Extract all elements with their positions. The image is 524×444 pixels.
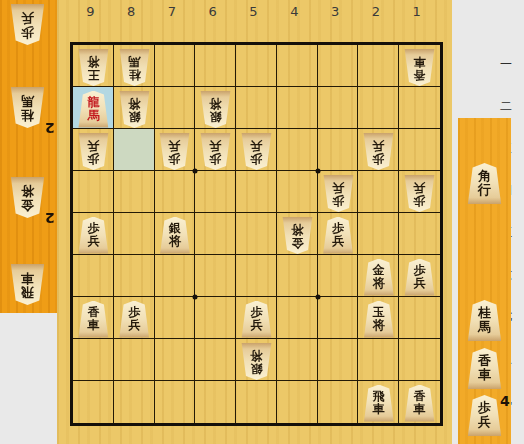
square-1-3[interactable] — [399, 129, 440, 171]
square-3-6[interactable] — [318, 255, 359, 297]
piece-gote-hand-rook[interactable]: 飛車 — [9, 264, 46, 305]
piece-kanji: 銀 — [169, 222, 181, 235]
square-8-5[interactable] — [114, 213, 155, 255]
square-8-3[interactable] — [114, 129, 155, 171]
piece-kanji: 将 — [291, 223, 303, 236]
square-6-1[interactable] — [195, 45, 236, 87]
file-label-7: 7 — [152, 4, 192, 19]
piece-kanji: 兵 — [87, 139, 99, 152]
file-label-1: 1 — [397, 4, 437, 19]
piece-kanji: 香 — [414, 68, 426, 81]
square-7-9[interactable] — [155, 381, 196, 423]
square-4-2[interactable] — [277, 87, 318, 129]
file-label-2: 2 — [356, 4, 396, 19]
piece-kanji: 兵 — [414, 181, 426, 194]
square-6-8[interactable] — [195, 339, 236, 381]
piece-kanji: 歩 — [128, 306, 140, 319]
piece-kanji: 兵 — [414, 277, 426, 290]
square-6-9[interactable] — [195, 381, 236, 423]
square-9-4[interactable] — [73, 171, 114, 213]
square-4-6[interactable] — [277, 255, 318, 297]
square-5-2[interactable] — [236, 87, 277, 129]
square-7-4[interactable] — [155, 171, 196, 213]
piece-kanji: 歩 — [478, 401, 491, 415]
gote-hand-tray: 歩兵桂馬2金将2飛車 — [0, 0, 57, 313]
piece-kanji: 兵 — [251, 319, 263, 332]
piece-kanji: 歩 — [251, 306, 263, 319]
hand-count-gote-gold: 2 — [45, 210, 55, 226]
piece-kanji: 兵 — [128, 319, 140, 332]
piece-kanji: 歩 — [21, 25, 34, 39]
piece-kanji: 兵 — [169, 139, 181, 152]
piece-kanji: 金 — [291, 236, 303, 249]
square-6-6[interactable] — [195, 255, 236, 297]
square-4-9[interactable] — [277, 381, 318, 423]
piece-kanji: 馬 — [21, 94, 34, 108]
piece-kanji: 将 — [251, 349, 263, 362]
square-7-7[interactable] — [155, 297, 196, 339]
square-7-2[interactable] — [155, 87, 196, 129]
piece-kanji: 車 — [21, 271, 34, 285]
piece-sente-hand-knight[interactable]: 桂馬 — [466, 300, 503, 341]
piece-kanji: 歩 — [169, 152, 181, 165]
square-2-8[interactable] — [358, 339, 399, 381]
square-5-9[interactable] — [236, 381, 277, 423]
piece-kanji: 歩 — [332, 194, 344, 207]
piece-kanji: 兵 — [210, 139, 222, 152]
rank-label-2: 二 — [498, 98, 514, 115]
piece-kanji: 香 — [87, 306, 99, 319]
square-4-3[interactable] — [277, 129, 318, 171]
star-point — [315, 169, 320, 174]
shogi-app: 歩兵桂馬2金将2飛車 987654321 一二三四五六七八九 王将桂馬香車龍馬銀… — [0, 0, 524, 444]
square-4-4[interactable] — [277, 171, 318, 213]
square-5-5[interactable] — [236, 213, 277, 255]
square-6-5[interactable] — [195, 213, 236, 255]
square-7-1[interactable] — [155, 45, 196, 87]
square-3-1[interactable] — [318, 45, 359, 87]
piece-sente-hand-lance[interactable]: 香車 — [466, 348, 503, 389]
square-9-9[interactable] — [73, 381, 114, 423]
square-2-2[interactable] — [358, 87, 399, 129]
square-4-7[interactable] — [277, 297, 318, 339]
piece-kanji: 車 — [414, 403, 426, 416]
piece-kanji: 将 — [21, 184, 34, 198]
piece-kanji: 玉 — [373, 306, 385, 319]
square-8-6[interactable] — [114, 255, 155, 297]
square-8-8[interactable] — [114, 339, 155, 381]
square-9-6[interactable] — [73, 255, 114, 297]
file-label-6: 6 — [193, 4, 233, 19]
piece-kanji: 兵 — [373, 139, 385, 152]
piece-kanji: 歩 — [373, 152, 385, 165]
star-point — [193, 169, 198, 174]
piece-kanji: 馬 — [478, 320, 491, 334]
square-3-3[interactable] — [318, 129, 359, 171]
file-label-9: 9 — [70, 4, 110, 19]
piece-kanji: 馬 — [87, 109, 99, 122]
piece-kanji: 車 — [373, 403, 385, 416]
piece-kanji: 銀 — [251, 362, 263, 375]
square-8-4[interactable] — [114, 171, 155, 213]
square-7-6[interactable] — [155, 255, 196, 297]
piece-kanji: 馬 — [128, 55, 140, 68]
square-4-1[interactable] — [277, 45, 318, 87]
piece-kanji: 金 — [373, 264, 385, 277]
piece-kanji: 兵 — [478, 415, 491, 429]
piece-kanji: 桂 — [128, 68, 140, 81]
piece-kanji: 兵 — [251, 139, 263, 152]
piece-kanji: 飛 — [373, 390, 385, 403]
square-1-8[interactable] — [399, 339, 440, 381]
square-8-9[interactable] — [114, 381, 155, 423]
hand-count-sente-pawn: 4 — [500, 393, 510, 409]
square-2-1[interactable] — [358, 45, 399, 87]
piece-kanji: 角 — [478, 169, 491, 183]
piece-kanji: 龍 — [87, 96, 99, 109]
piece-kanji: 王 — [87, 68, 99, 81]
square-1-7[interactable] — [399, 297, 440, 339]
piece-kanji: 将 — [373, 319, 385, 332]
piece-gote-hand-pawn[interactable]: 歩兵 — [9, 4, 46, 45]
piece-kanji: 歩 — [251, 152, 263, 165]
piece-kanji: 桂 — [21, 108, 34, 122]
star-point — [315, 295, 320, 300]
square-5-1[interactable] — [236, 45, 277, 87]
piece-kanji: 歩 — [414, 264, 426, 277]
piece-kanji: 車 — [87, 319, 99, 332]
piece-sente-hand-bishop[interactable]: 角行 — [466, 163, 503, 204]
file-label-3: 3 — [315, 4, 355, 19]
file-label-8: 8 — [111, 4, 151, 19]
square-4-8[interactable] — [277, 339, 318, 381]
piece-kanji: 銀 — [210, 110, 222, 123]
piece-kanji: 香 — [414, 390, 426, 403]
square-5-4[interactable] — [236, 171, 277, 213]
piece-kanji: 兵 — [332, 235, 344, 248]
piece-gote-hand-knight[interactable]: 桂馬 — [9, 87, 46, 128]
file-label-4: 4 — [274, 4, 314, 19]
piece-kanji: 桂 — [478, 306, 491, 320]
piece-kanji: 兵 — [87, 235, 99, 248]
square-3-2[interactable] — [318, 87, 359, 129]
piece-kanji: 兵 — [21, 11, 34, 25]
square-2-5[interactable] — [358, 213, 399, 255]
square-9-8[interactable] — [73, 339, 114, 381]
rank-label-1: 一 — [498, 56, 514, 73]
piece-kanji: 将 — [128, 97, 140, 110]
piece-kanji: 車 — [478, 368, 491, 382]
square-1-2[interactable] — [399, 87, 440, 129]
file-label-5: 5 — [234, 4, 274, 19]
square-5-6[interactable] — [236, 255, 277, 297]
hand-count-gote-knight: 2 — [45, 120, 55, 136]
sente-hand-tray: 角行桂馬香車歩兵4 — [458, 118, 511, 444]
piece-kanji: 将 — [210, 97, 222, 110]
piece-kanji: 車 — [414, 55, 426, 68]
piece-kanji: 銀 — [128, 110, 140, 123]
star-point — [193, 295, 198, 300]
piece-kanji: 将 — [169, 235, 181, 248]
piece-kanji: 兵 — [332, 181, 344, 194]
square-6-4[interactable] — [195, 171, 236, 213]
piece-sente-hand-pawn[interactable]: 歩兵 — [466, 395, 503, 436]
piece-kanji: 将 — [87, 55, 99, 68]
piece-kanji: 金 — [21, 198, 34, 212]
piece-kanji: 歩 — [87, 152, 99, 165]
piece-kanji: 歩 — [210, 152, 222, 165]
piece-kanji: 行 — [478, 183, 491, 197]
square-1-5[interactable] — [399, 213, 440, 255]
piece-kanji: 将 — [373, 277, 385, 290]
square-3-8[interactable] — [318, 339, 359, 381]
piece-kanji: 歩 — [87, 222, 99, 235]
shogi-board-grid: 王将桂馬香車龍馬銀将銀将歩兵歩兵歩兵歩兵歩兵歩兵歩兵歩兵銀将金将歩兵金将歩兵香車… — [70, 42, 443, 426]
square-3-7[interactable] — [318, 297, 359, 339]
piece-kanji: 飛 — [21, 285, 34, 299]
square-7-8[interactable] — [155, 339, 196, 381]
piece-kanji: 歩 — [414, 194, 426, 207]
square-3-9[interactable] — [318, 381, 359, 423]
piece-kanji: 香 — [478, 354, 491, 368]
piece-gote-hand-gold[interactable]: 金将 — [9, 177, 46, 218]
piece-kanji: 歩 — [332, 222, 344, 235]
square-6-7[interactable] — [195, 297, 236, 339]
square-2-4[interactable] — [358, 171, 399, 213]
